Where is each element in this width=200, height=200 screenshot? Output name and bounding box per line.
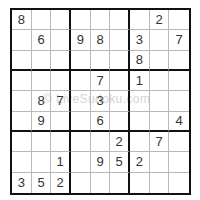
cell-r4c8[interactable] (150, 71, 170, 91)
cell-r8c1[interactable] (12, 152, 32, 172)
cell-r3c5[interactable] (91, 51, 111, 71)
cell-r2c5[interactable]: 8 (91, 30, 111, 50)
cell-r8c9[interactable] (169, 152, 189, 172)
cell-r1c1[interactable]: 8 (12, 10, 32, 30)
cell-r9c9[interactable] (169, 173, 189, 193)
cell-r1c5[interactable] (91, 10, 111, 30)
cell-r6c4[interactable] (71, 112, 91, 132)
cell-r3c7[interactable]: 8 (130, 51, 150, 71)
cell-r2c3[interactable] (51, 30, 71, 50)
cell-r4c6[interactable] (110, 71, 130, 91)
cell-r4c9[interactable] (169, 71, 189, 91)
cell-r2c6[interactable] (110, 30, 130, 50)
cell-r2c9[interactable]: 7 (169, 30, 189, 50)
cell-r1c7[interactable] (130, 10, 150, 30)
cell-r7c3[interactable] (51, 132, 71, 152)
cell-r9c5[interactable] (91, 173, 111, 193)
cell-r8c8[interactable] (150, 152, 170, 172)
cell-r4c3[interactable] (51, 71, 71, 91)
cell-r3c3[interactable] (51, 51, 71, 71)
cell-r6c7[interactable] (130, 112, 150, 132)
cell-r1c4[interactable] (71, 10, 91, 30)
cell-r8c4[interactable] (71, 152, 91, 172)
sudoku-page: 8269837871873964271952352 © LiveSudoku.c… (0, 0, 200, 200)
cell-r9c3[interactable]: 2 (51, 173, 71, 193)
cell-r5c5[interactable]: 3 (91, 91, 111, 111)
cell-r9c1[interactable]: 3 (12, 173, 32, 193)
cell-r2c4[interactable]: 9 (71, 30, 91, 50)
cell-r9c7[interactable] (130, 173, 150, 193)
cell-r4c7[interactable]: 1 (130, 71, 150, 91)
cell-r7c4[interactable] (71, 132, 91, 152)
cell-r9c2[interactable]: 5 (32, 173, 52, 193)
cell-r5c9[interactable] (169, 91, 189, 111)
cell-r3c4[interactable] (71, 51, 91, 71)
cell-r3c8[interactable] (150, 51, 170, 71)
cell-r1c2[interactable] (32, 10, 52, 30)
cell-r1c9[interactable] (169, 10, 189, 30)
cell-r4c1[interactable] (12, 71, 32, 91)
cell-r3c2[interactable] (32, 51, 52, 71)
cell-r8c5[interactable]: 9 (91, 152, 111, 172)
cell-r7c6[interactable]: 2 (110, 132, 130, 152)
cell-r4c2[interactable] (32, 71, 52, 91)
cell-r5c6[interactable] (110, 91, 130, 111)
cell-r7c7[interactable] (130, 132, 150, 152)
cell-r8c2[interactable] (32, 152, 52, 172)
cell-r8c7[interactable]: 2 (130, 152, 150, 172)
cell-r1c3[interactable] (51, 10, 71, 30)
cell-r5c3[interactable]: 7 (51, 91, 71, 111)
cell-r1c8[interactable]: 2 (150, 10, 170, 30)
cell-r5c8[interactable] (150, 91, 170, 111)
cell-r6c5[interactable]: 6 (91, 112, 111, 132)
cell-r2c7[interactable]: 3 (130, 30, 150, 50)
cell-r2c1[interactable] (12, 30, 32, 50)
cell-r2c2[interactable]: 6 (32, 30, 52, 50)
cell-r5c4[interactable] (71, 91, 91, 111)
cell-r5c7[interactable] (130, 91, 150, 111)
cell-r9c6[interactable] (110, 173, 130, 193)
cell-r7c8[interactable]: 7 (150, 132, 170, 152)
cell-r7c5[interactable] (91, 132, 111, 152)
cell-r9c4[interactable] (71, 173, 91, 193)
cell-r8c6[interactable]: 5 (110, 152, 130, 172)
cell-r5c1[interactable] (12, 91, 32, 111)
cell-r6c3[interactable] (51, 112, 71, 132)
cell-r7c2[interactable] (32, 132, 52, 152)
sudoku-board: 8269837871873964271952352 (10, 8, 191, 195)
cell-r6c2[interactable]: 9 (32, 112, 52, 132)
cell-r6c6[interactable] (110, 112, 130, 132)
cell-r5c2[interactable]: 8 (32, 91, 52, 111)
cell-r8c3[interactable]: 1 (51, 152, 71, 172)
cell-r2c8[interactable] (150, 30, 170, 50)
cell-r3c1[interactable] (12, 51, 32, 71)
cell-r6c8[interactable] (150, 112, 170, 132)
cell-r4c5[interactable]: 7 (91, 71, 111, 91)
cell-r7c9[interactable] (169, 132, 189, 152)
cell-r3c9[interactable] (169, 51, 189, 71)
cell-r1c6[interactable] (110, 10, 130, 30)
cell-r3c6[interactable] (110, 51, 130, 71)
cell-r6c1[interactable] (12, 112, 32, 132)
cell-r9c8[interactable] (150, 173, 170, 193)
cell-r7c1[interactable] (12, 132, 32, 152)
cell-r4c4[interactable] (71, 71, 91, 91)
cell-r6c9[interactable]: 4 (169, 112, 189, 132)
